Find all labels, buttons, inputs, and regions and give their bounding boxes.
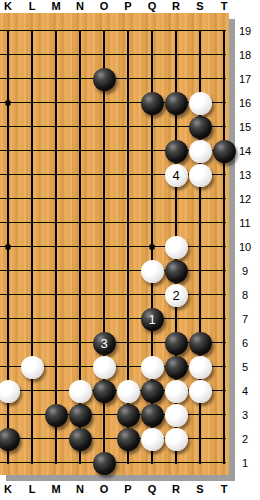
row-label-4: 4: [232, 384, 258, 398]
stone-R6-black[interactable]: [165, 332, 188, 355]
stone-Q4-black[interactable]: [141, 380, 164, 403]
stone-Q9-white[interactable]: [141, 260, 164, 283]
stone-O6-black[interactable]: 3: [93, 332, 116, 355]
stone-S6-black[interactable]: [189, 332, 212, 355]
col-label-top-L: L: [20, 0, 44, 13]
col-label-top-R: R: [164, 0, 188, 13]
row-label-13: 13: [232, 168, 258, 182]
row-label-17: 17: [232, 72, 258, 86]
stone-K2-black[interactable]: [0, 428, 20, 451]
row-label-5: 5: [232, 360, 258, 374]
col-label-bottom-P: P: [116, 482, 140, 496]
stone-O4-black[interactable]: [93, 380, 116, 403]
col-label-bottom-M: M: [44, 482, 68, 496]
row-label-6: 6: [232, 336, 258, 350]
row-label-10: 10: [232, 240, 258, 254]
stone-O17-black[interactable]: [93, 68, 116, 91]
move-number-4: 4: [172, 169, 179, 182]
col-label-bottom-L: L: [20, 482, 44, 496]
row-label-3: 3: [232, 408, 258, 422]
row-label-15: 15: [232, 120, 258, 134]
stone-M3-black[interactable]: [45, 404, 68, 427]
move-number-3: 3: [100, 337, 107, 350]
col-label-bottom-N: N: [68, 482, 92, 496]
row-label-18: 18: [232, 48, 258, 62]
move-number-2: 2: [172, 289, 179, 302]
stone-Q16-black[interactable]: [141, 92, 164, 115]
move-number-1: 1: [148, 313, 155, 326]
col-label-top-S: S: [188, 0, 212, 13]
stone-S14-white[interactable]: [189, 140, 212, 163]
col-label-top-Q: Q: [140, 0, 164, 13]
stone-R3-white[interactable]: [165, 404, 188, 427]
stone-R10-white[interactable]: [165, 236, 188, 259]
col-label-bottom-T: T: [212, 482, 236, 496]
col-label-bottom-R: R: [164, 482, 188, 496]
stone-N2-black[interactable]: [69, 428, 92, 451]
col-label-top-N: N: [68, 0, 92, 13]
col-label-top-K: K: [0, 0, 20, 13]
row-label-7: 7: [232, 312, 258, 326]
stone-N3-black[interactable]: [69, 404, 92, 427]
row-label-1: 1: [232, 456, 258, 470]
stone-P4-white[interactable]: [117, 380, 140, 403]
stone-O1-black[interactable]: [93, 452, 116, 475]
stone-R4-white[interactable]: [165, 380, 188, 403]
row-label-16: 16: [232, 96, 258, 110]
stone-Q2-white[interactable]: [141, 428, 164, 451]
row-label-11: 11: [232, 216, 258, 230]
stone-R2-white[interactable]: [165, 428, 188, 451]
col-label-bottom-Q: Q: [140, 482, 164, 496]
go-board-panel: KLMNOPQRST 1342 191817161514131211109876…: [0, 0, 260, 500]
col-label-top-O: O: [92, 0, 116, 13]
stone-S4-white[interactable]: [189, 380, 212, 403]
stone-O5-white[interactable]: [93, 356, 116, 379]
stone-N4-white[interactable]: [69, 380, 92, 403]
col-label-top-T: T: [212, 0, 236, 13]
stone-S15-black[interactable]: [189, 116, 212, 139]
stone-R5-black[interactable]: [165, 356, 188, 379]
col-label-bottom-S: S: [188, 482, 212, 496]
stone-P2-black[interactable]: [117, 428, 140, 451]
row-label-2: 2: [232, 432, 258, 446]
stone-R13-white[interactable]: 4: [165, 164, 188, 187]
row-label-14: 14: [232, 144, 258, 158]
col-label-bottom-O: O: [92, 482, 116, 496]
row-label-9: 9: [232, 264, 258, 278]
stone-R16-black[interactable]: [165, 92, 188, 115]
stone-R9-black[interactable]: [165, 260, 188, 283]
stone-S13-white[interactable]: [189, 164, 212, 187]
stone-L5-white[interactable]: [21, 356, 44, 379]
row-label-12: 12: [232, 192, 258, 206]
stone-K4-white[interactable]: [0, 380, 20, 403]
row-label-19: 19: [232, 24, 258, 38]
stone-S16-white[interactable]: [189, 92, 212, 115]
col-label-bottom-K: K: [0, 482, 20, 496]
stone-Q7-black[interactable]: 1: [141, 308, 164, 331]
row-label-8: 8: [232, 288, 258, 302]
stones-grid: 1342: [0, 19, 236, 475]
stone-Q5-white[interactable]: [141, 356, 164, 379]
stone-R8-white[interactable]: 2: [165, 284, 188, 307]
col-label-top-M: M: [44, 0, 68, 13]
stone-Q3-black[interactable]: [141, 404, 164, 427]
stone-P3-black[interactable]: [117, 404, 140, 427]
go-board[interactable]: 1342: [0, 13, 229, 475]
stone-R14-black[interactable]: [165, 140, 188, 163]
col-label-top-P: P: [116, 0, 140, 13]
stone-S5-white[interactable]: [189, 356, 212, 379]
